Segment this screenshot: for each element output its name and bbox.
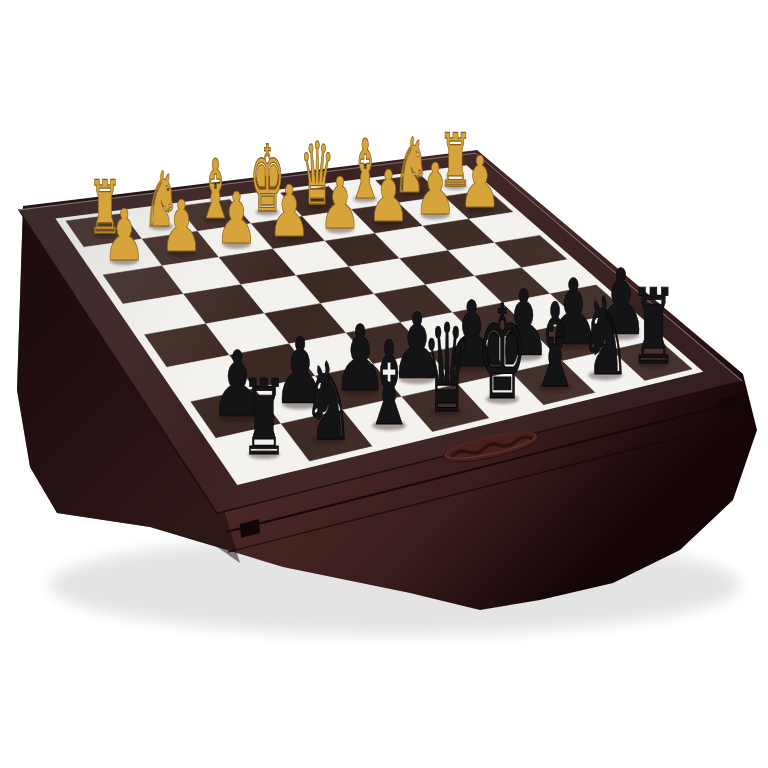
piece-gold-pawn-d7: ♟ bbox=[268, 170, 310, 252]
piece-black-bishop-f1: ♝ bbox=[530, 278, 581, 413]
piece-gold-pawn-e7: ♟ bbox=[319, 162, 361, 244]
piece-black-knight-b1: ♞ bbox=[303, 338, 354, 463]
piece-black-king-e1: ♚ bbox=[478, 277, 528, 429]
piece-black-rook-a1: ♜ bbox=[241, 357, 288, 477]
piece-gold-pawn-a7: ♟ bbox=[103, 194, 145, 276]
chess-box-scene: ♜♞♝♚♛♝♞♜♟♟♟♟♟♟♟♟♟♟♟♟♟♟♟♟♜♞♝♛♚♝♞♜ bbox=[0, 0, 768, 768]
piece-gold-pawn-c7: ♟ bbox=[215, 177, 257, 259]
piece-black-rook-h1: ♜ bbox=[630, 267, 677, 387]
piece-gold-pawn-f7: ♟ bbox=[367, 155, 409, 237]
piece-black-queen-d1: ♛ bbox=[423, 297, 472, 439]
piece-gold-pawn-g7: ♟ bbox=[414, 148, 456, 230]
piece-black-knight-g1: ♞ bbox=[580, 274, 631, 399]
product-photo-chess-set: ♜♞♝♚♛♝♞♜♟♟♟♟♟♟♟♟♟♟♟♟♟♟♟♟♜♞♝♛♚♝♞♜ bbox=[0, 0, 768, 768]
piece-black-bishop-c1: ♝ bbox=[364, 316, 415, 451]
piece-gold-pawn-b7: ♟ bbox=[160, 186, 202, 268]
piece-gold-pawn-h7: ♟ bbox=[459, 142, 501, 224]
